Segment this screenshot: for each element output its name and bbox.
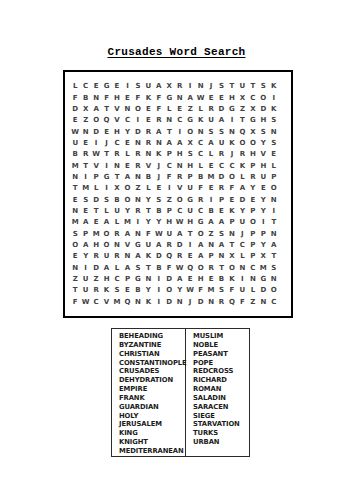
word-list-item: GUARDIAN [119,403,185,412]
grid-cell: W [70,126,80,137]
grid-cell: N [112,240,122,251]
grid-cell: D [237,195,247,206]
grid-cell: F [164,263,174,274]
grid-cell: A [195,240,205,251]
grid-cell: J [101,138,111,149]
grid-cell: Y [258,195,268,206]
grid-cell: E [174,104,184,115]
grid-cell: Z [248,297,258,308]
word-list-item: STARVATION [193,420,249,429]
grid-cell: J [154,172,164,183]
grid-cell: D [70,104,80,115]
grid-cell: A [122,229,132,240]
grid-cell: R [206,263,216,274]
grid-cell: E [216,206,226,217]
grid-cell: P [164,149,174,160]
grid-cell: A [80,240,90,251]
grid-cell: C [195,206,205,217]
grid-cell: R [174,81,184,92]
grid-cell: A [206,138,216,149]
grid-cell: E [70,251,80,262]
grid-cell: P [248,160,258,171]
grid-cell: H [174,149,184,160]
grid-cell: S [101,195,111,206]
grid-cell: C [227,160,237,171]
grid-cell: D [258,104,268,115]
grid-cell: K [227,206,237,217]
grid-cell: D [164,297,174,308]
grid-cell: R [133,206,143,217]
grid-cell: O [258,92,268,103]
grid-cell: E [80,206,90,217]
grid-cell: G [258,274,268,285]
grid-cell: Z [164,195,174,206]
grid-cell: M [206,285,216,296]
grid-cell: Q [227,297,237,308]
grid-cell: J [206,81,216,92]
grid-cell: X [258,251,268,262]
grid-cell: U [206,115,216,126]
grid-cell: K [143,251,153,262]
grid-cell: G [195,217,205,228]
grid-cell: I [185,240,195,251]
grid-cell: T [216,263,226,274]
grid-cell: A [174,138,184,149]
grid-cell: O [248,138,258,149]
grid-cell: N [133,172,143,183]
grid-cell: N [195,126,205,137]
word-list-item: EMPIRE [119,385,185,394]
grid-cell: L [164,104,174,115]
grid-cell: A [216,240,226,251]
grid-cell: A [80,217,90,228]
grid-cell: A [164,138,174,149]
grid-cell: N [70,206,80,217]
grid-cell: T [80,160,90,171]
grid-cell: I [154,274,164,285]
grid-cell: A [101,263,111,274]
grid-cell: X [112,183,122,194]
grid-cell: J [185,297,195,308]
grid-cell: R [133,149,143,160]
grid-cell: R [216,149,226,160]
grid-cell: C [269,297,279,308]
word-list-item: POPE [193,359,249,368]
grid-cell: E [112,81,122,92]
grid-cell: V [91,160,101,171]
grid-cell: E [101,126,111,137]
grid-cell: Y [122,126,132,137]
grid-cell: F [195,285,205,296]
grid-cell: H [112,92,122,103]
grid-cell: E [122,138,132,149]
grid-cell: P [269,172,279,183]
grid-cell: K [237,160,247,171]
grid-cell: B [112,195,122,206]
grid-cell: S [269,115,279,126]
word-list-item: KNIGHT [119,438,185,447]
grid-cell: O [185,126,195,137]
grid-cell: C [216,160,226,171]
grid-cell: C [164,160,174,171]
grid-cell: P [248,240,258,251]
grid-cell: T [101,149,111,160]
grid-cell: M [258,263,268,274]
grid-cell: W [174,263,184,274]
grid-cell: P [122,274,132,285]
grid-cell: T [70,285,80,296]
grid-cell: M [122,217,132,228]
puzzle-title: Crusades Word Search [0,46,353,58]
grid-cell: O [174,195,184,206]
grid-cell: D [154,251,164,262]
word-list-item: SARACEN [193,403,249,412]
grid-cell: P [185,172,195,183]
grid-cell: P [227,217,237,228]
grid-cell: S [216,285,226,296]
grid-cell: R [154,115,164,126]
grid-cell: A [216,217,226,228]
grid-cell: L [101,206,111,217]
grid-cell: I [122,81,132,92]
grid-cell: J [154,160,164,171]
grid-cell: W [91,149,101,160]
grid-cell: I [154,285,164,296]
grid-cell: T [269,251,279,262]
grid-cell: N [269,126,279,137]
grid-cell: L [237,172,247,183]
grid-cell: M [70,217,80,228]
grid-cell: K [143,92,153,103]
word-list-item: REDCROSS [193,367,249,376]
grid-cell: S [206,126,216,137]
grid-cell: T [227,240,237,251]
word-list-item: MEDITERRANEAN [119,447,185,456]
grid-cell: O [227,263,237,274]
grid-cell: H [91,240,101,251]
grid-cell: X [248,104,258,115]
grid-cell: F [70,92,80,103]
word-list-item: CONSTANTINOPLE [119,359,185,368]
word-list-item: DEHYDRATION [119,376,185,385]
grid-cell: B [133,285,143,296]
grid-cell: W [195,92,205,103]
grid-cell: U [258,172,268,183]
grid-cell: N [164,115,174,126]
grid-cell: R [164,240,174,251]
grid-cell: Z [185,104,195,115]
grid-cell: Z [80,115,90,126]
grid-cell: Y [258,240,268,251]
grid-cell: E [70,115,80,126]
grid-cell: E [185,274,195,285]
grid-cell: E [70,195,80,206]
word-list-item: SIEGE [193,412,249,421]
grid-cell: U [70,138,80,149]
grid-cell: I [258,217,268,228]
grid-cell: D [133,126,143,137]
grid-cell: N [269,195,279,206]
grid-cell: K [143,297,153,308]
grid-cell: N [174,92,184,103]
grid-cell: N [269,229,279,240]
grid-cell: R [174,251,184,262]
grid-cell: A [206,217,216,228]
grid-cell: U [185,206,195,217]
grid-cell: F [227,183,237,194]
grid-cell: A [174,229,184,240]
word-search-grid: LCEGEISUAXRINJSTUTSKFBNFHEFKFGNAWEEHXCOI… [63,70,293,318]
grid-cell: U [237,285,247,296]
grid-cell: H [258,115,268,126]
grid-cell: Y [143,217,153,228]
grid-cell: X [185,138,195,149]
grid-cell: S [216,81,226,92]
grid-cell: B [195,172,205,183]
grid-cell: I [133,217,143,228]
grid-cell: U [216,138,226,149]
grid-cell: E [206,160,216,171]
grid-cell: E [206,274,216,285]
grid-cell: Q [164,251,174,262]
grid-cell: A [237,183,247,194]
grid-cell: A [154,240,164,251]
grid-cell: O [91,115,101,126]
grid-cell: F [101,92,111,103]
grid-cell: G [227,104,237,115]
grid-cell: D [258,285,268,296]
word-list-item: NOBLE [193,341,249,350]
grid-cell: G [101,81,111,92]
grid-cell: G [133,240,143,251]
grid-cell: E [91,81,101,92]
word-list-item: URBAN [193,438,249,447]
grid-cell: A [101,217,111,228]
grid-cell: I [154,297,164,308]
word-list-item: SALADIN [193,394,249,403]
grid-cell: P [164,206,174,217]
grid-cell: S [185,149,195,160]
grid-cell: V [112,115,122,126]
grid-cell: N [195,81,205,92]
grid-cell: R [143,138,153,149]
grid-cell: C [112,274,122,285]
grid-cell: T [269,217,279,228]
grid-cell: N [122,251,132,262]
grid-cell: E [258,183,268,194]
grid-cell: X [237,92,247,103]
word-list-item: HOLY [119,412,185,421]
grid-cell: D [216,104,226,115]
grid-cell: E [122,160,132,171]
grid-cell: N [174,297,184,308]
grid-cell: E [122,92,132,103]
grid-cell: R [112,251,122,262]
grid-cell: I [237,274,247,285]
grid-cell: N [154,138,164,149]
grid-cell: V [122,240,132,251]
grid-cell: A [185,92,195,103]
grid-cell: S [216,126,226,137]
grid-cell: A [216,115,226,126]
grid-cell: G [164,92,174,103]
grid-cell: D [174,240,184,251]
word-list-item: ROMAN [193,385,249,394]
grid-cell: M [91,229,101,240]
grid-cell: O [269,183,279,194]
grid-cell: T [143,206,153,217]
grid-cell: V [112,104,122,115]
grid-cell: X [227,251,237,262]
grid-cell: L [122,149,132,160]
grid-cell: N [133,229,143,240]
grid-cell: O [248,217,258,228]
word-list-column-left: BEHEADINGBYZANTINECHRISTIANCONSTANTINOPL… [112,329,186,456]
grid-cell: U [237,217,247,228]
grid-cell: C [122,115,132,126]
grid-cell: H [112,126,122,137]
grid-cell: F [237,297,247,308]
grid-cell: H [185,160,195,171]
grid-cell: Y [143,195,153,206]
grid-cell: Z [237,104,247,115]
grid-cell: D [216,172,226,183]
grid-cell: I [101,183,111,194]
grid-cell: E [143,115,153,126]
grid-cell: B [70,149,80,160]
grid-cell: S [258,126,268,137]
grid-cell: J [227,149,237,160]
grid-cell: H [101,274,111,285]
grid-cell: V [258,149,268,160]
grid-cell: N [174,160,184,171]
grid-cell: W [185,285,195,296]
grid-cell: C [195,149,205,160]
grid-cell: E [143,104,153,115]
grid-cell: U [164,229,174,240]
grid-cell: N [70,263,80,274]
word-list: BEHEADINGBYZANTINECHRISTIANCONSTANTINOPL… [111,328,250,457]
grid-cell: R [133,160,143,171]
grid-cell: Z [70,274,80,285]
grid-cell: U [143,240,153,251]
grid-cell: X [80,104,90,115]
grid-cell: B [143,172,153,183]
grid-cell: O [133,104,143,115]
grid-cell: F [164,172,174,183]
grid-cell: U [101,251,111,262]
grid-cell: Y [174,285,184,296]
grid-cell: C [91,297,101,308]
grid-cell: P [216,195,226,206]
grid-cell: E [269,149,279,160]
grid-cell: K [195,115,205,126]
grid-cell: O [122,183,132,194]
grid-cell: M [80,183,90,194]
grid-cell: P [248,229,258,240]
grid-cell: T [164,126,174,137]
grid-cell: T [101,104,111,115]
grid-cell: N [112,160,122,171]
grid-cell: E [122,285,132,296]
grid-cell: N [206,297,216,308]
grid-cell: E [227,195,237,206]
grid-cell: L [112,217,122,228]
grid-cell: R [237,149,247,160]
grid-cell: U [80,274,90,285]
grid-cell: R [248,172,258,183]
grid-cell: R [174,172,184,183]
grid-cell: A [174,274,184,285]
grid-cell: O [122,195,132,206]
grid-cell: C [248,92,258,103]
grid-cell: E [80,138,90,149]
grid-cell: N [80,126,90,137]
grid-cell: R [216,297,226,308]
grid-cell: A [91,104,101,115]
grid-cell: R [91,251,101,262]
grid-cell: N [91,92,101,103]
grid-cell: T [237,115,247,126]
grid-cell: I [185,81,195,92]
grid-cell: I [269,92,279,103]
grid-cell: Y [80,251,90,262]
grid-cell: Y [154,217,164,228]
grid-cell: L [143,183,153,194]
grid-cell: I [206,195,216,206]
grid-cell: K [269,104,279,115]
grid-cell: H [164,217,174,228]
grid-cell: Y [258,138,268,149]
grid-cell: F [195,183,205,194]
grid-cell: A [269,240,279,251]
grid-cell: A [195,251,205,262]
grid-cell: N [133,297,143,308]
grid-cell: X [248,126,258,137]
grid-cell: N [143,149,153,160]
grid-cell: U [185,183,195,194]
grid-cell: K [227,274,237,285]
grid-cell: S [269,138,279,149]
grid-cell: O [195,263,205,274]
grid-cell: R [112,229,122,240]
grid-cell: O [101,229,111,240]
grid-cell: D [164,274,174,285]
grid-cell: N [227,126,237,137]
word-list-item: TURKS [193,429,249,438]
grid-cell: D [195,297,205,308]
grid-cell: L [269,160,279,171]
grid-cell: T [91,206,101,217]
grid-cell: C [237,240,247,251]
grid-cell: I [91,138,101,149]
grid-cell: S [269,263,279,274]
grid-cell: V [101,297,111,308]
grid-cell: U [80,285,90,296]
grid-cell: T [248,81,258,92]
grid-cell: A [122,263,132,274]
grid-cell: L [248,285,258,296]
grid-cell: S [70,229,80,240]
grid-cell: C [112,138,122,149]
grid-cell: S [154,195,164,206]
grid-cell: S [133,263,143,274]
word-list-item: FRANK [119,394,185,403]
grid-cell: N [206,240,216,251]
grid-cell: F [154,92,164,103]
word-list-item: CHRISTIAN [119,350,185,359]
grid-cell: W [154,229,164,240]
